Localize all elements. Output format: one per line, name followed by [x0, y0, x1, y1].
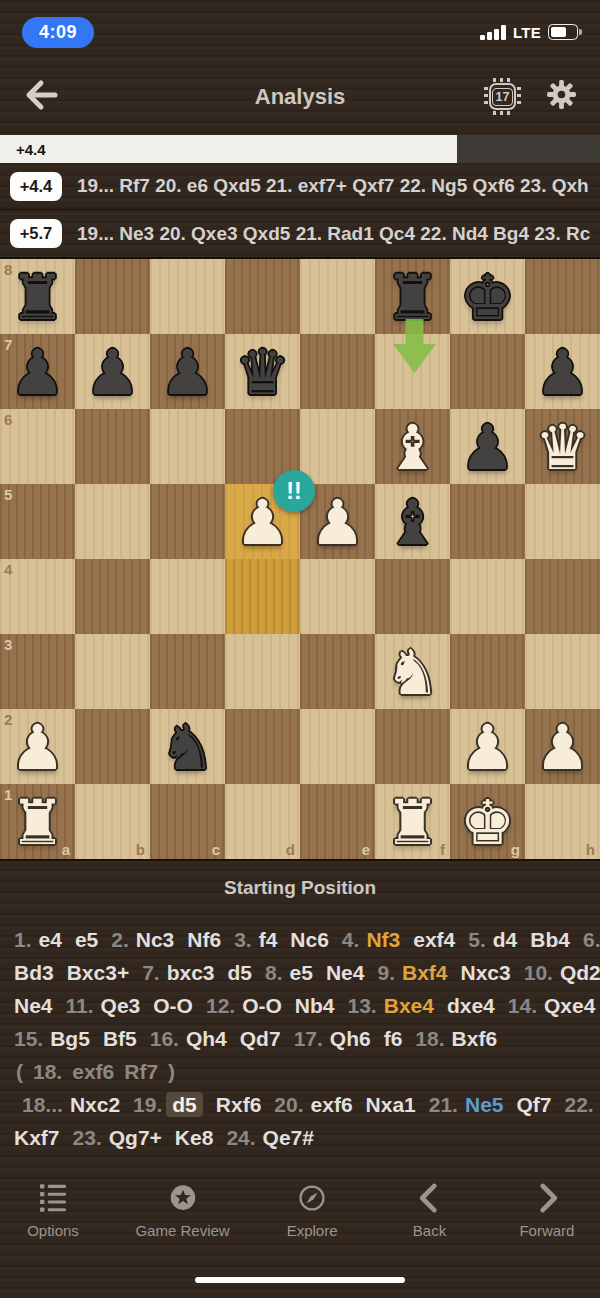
move-token[interactable]: f6: [384, 1027, 403, 1050]
move-number: Rf7: [124, 1060, 158, 1083]
options-label: Options: [27, 1222, 79, 1239]
piece-white-queen: ♛: [525, 409, 600, 484]
move-token[interactable]: Ne4: [14, 994, 53, 1017]
engine-version-button[interactable]: 17: [486, 80, 519, 113]
rank-label-5: 5: [4, 486, 12, 503]
square-d5[interactable]: ♟: [225, 484, 300, 559]
move-number: 5.: [468, 928, 486, 951]
compass-icon: [293, 1178, 331, 1218]
square-g1[interactable]: g♚: [450, 784, 525, 859]
move-number: 18.: [415, 1027, 444, 1050]
status-bar: 4:09 LTE: [0, 0, 600, 58]
evaluation-bar: +4.4: [0, 135, 600, 163]
square-f1[interactable]: f♜: [375, 784, 450, 859]
piece-black-pawn: ♟: [150, 334, 225, 409]
square-a4[interactable]: 4: [0, 559, 75, 634]
file-label-f: f: [440, 841, 445, 858]
engine-lines: +4.4 19... Rf7 20. e6 Qxd5 21. exf7+ Qxf…: [0, 163, 600, 257]
move-number: 19.: [133, 1093, 162, 1116]
move-number: 21.: [429, 1093, 458, 1116]
move-token[interactable]: Rxf6: [216, 1093, 262, 1116]
move-number: 6.: [583, 928, 600, 951]
square-h8[interactable]: [525, 259, 600, 334]
signal-strength-icon: [480, 25, 506, 40]
move-list-panel: Starting Position 1.e4e52.Nc3Nf63.f4Nc64…: [0, 861, 600, 1154]
square-d4[interactable]: [225, 559, 300, 634]
piece-black-knight: ♞: [150, 709, 225, 784]
move-token[interactable]: Bf5: [103, 1027, 137, 1050]
piece-white-pawn: ♟: [225, 484, 300, 559]
move-token[interactable]: Nc3: [136, 928, 175, 951]
file-label-d: d: [286, 841, 295, 858]
move-number: 22.: [565, 1093, 594, 1116]
move-token[interactable]: exf6: [311, 1093, 353, 1116]
home-indicator[interactable]: [195, 1277, 405, 1283]
square-a8[interactable]: 8♜: [0, 259, 75, 334]
move-token[interactable]: Qh6: [330, 1027, 371, 1050]
square-d6[interactable]: [225, 409, 300, 484]
square-c4[interactable]: [150, 559, 225, 634]
square-d1[interactable]: d: [225, 784, 300, 859]
square-e6[interactable]: [300, 409, 375, 484]
square-a6[interactable]: 6: [0, 409, 75, 484]
move-token[interactable]: d5: [166, 1092, 203, 1117]
square-b7[interactable]: ♟: [75, 334, 150, 409]
move-number: 24.: [226, 1126, 255, 1149]
explore-label: Explore: [287, 1222, 338, 1239]
chevron-left-icon: [411, 1178, 449, 1218]
square-b6[interactable]: [75, 409, 150, 484]
network-type: LTE: [513, 24, 541, 41]
move-number: 10.: [524, 961, 553, 984]
move-number: 4.: [342, 928, 360, 951]
move-number: 17.: [294, 1027, 323, 1050]
move-token[interactable]: O-O: [242, 994, 282, 1017]
square-a1[interactable]: 1a♜: [0, 784, 75, 859]
move-token[interactable]: Qe3: [101, 994, 141, 1017]
square-c8[interactable]: [150, 259, 225, 334]
move-line-6: 18...Nxc219.d5Rxf620.exf6Nxa121.Ne5Qf722…: [0, 1088, 600, 1121]
move-number: 16.: [150, 1027, 179, 1050]
move-number: 7.: [142, 961, 160, 984]
forward-move-button[interactable]: Forward: [512, 1178, 582, 1264]
square-d2[interactable]: [225, 709, 300, 784]
back-button[interactable]: [22, 78, 60, 116]
engine-line-1[interactable]: +4.4 19... Rf7 20. e6 Qxd5 21. exf7+ Qxf…: [0, 163, 600, 210]
square-e8[interactable]: [300, 259, 375, 334]
square-f7[interactable]: [375, 334, 450, 409]
move-token[interactable]: Bg5: [50, 1027, 90, 1050]
rank-label-3: 3: [4, 636, 12, 653]
move-token[interactable]: Nf3: [366, 928, 400, 951]
move-token[interactable]: Nb4: [295, 994, 335, 1017]
square-c5[interactable]: [150, 484, 225, 559]
piece-black-pawn: ♟: [75, 334, 150, 409]
move-line-2: Bd3Bxc3+7.bxc3d58.e5Ne49.Bxf4Nxc310.Qd2: [0, 956, 600, 989]
move-token[interactable]: Qf7: [517, 1093, 552, 1116]
back-arrow-icon: [29, 83, 55, 107]
header: Analysis 17: [0, 58, 600, 135]
file-label-g: g: [511, 841, 520, 858]
move-token[interactable]: Nxa1: [366, 1093, 416, 1116]
rank-label-2: 2: [4, 711, 12, 728]
cpu-chip-icon: 17: [489, 83, 516, 110]
square-a5[interactable]: 5: [0, 484, 75, 559]
move-token[interactable]: Qe7#: [263, 1126, 314, 1149]
square-h6[interactable]: ♛: [525, 409, 600, 484]
square-c7[interactable]: ♟: [150, 334, 225, 409]
star-circle-icon: [164, 1178, 202, 1218]
chevron-right-icon: [528, 1178, 566, 1218]
move-token[interactable]: Nc6: [290, 928, 329, 951]
square-g7[interactable]: [450, 334, 525, 409]
move-token[interactable]: e4: [39, 928, 62, 951]
move-token[interactable]: Kxf7: [14, 1126, 60, 1149]
chess-board: 8♜♜♚7♟♟♟♛♟6♝♟♛5♟♟♝43♞2♟♞♟♟1a♜bcdef♜g♚h !…: [0, 257, 600, 861]
move-token[interactable]: Bd3: [14, 961, 54, 984]
move-number: 12.: [206, 994, 235, 1017]
square-b5[interactable]: [75, 484, 150, 559]
move-token[interactable]: Ke8: [175, 1126, 214, 1149]
square-h5[interactable]: [525, 484, 600, 559]
piece-white-pawn: ♟: [450, 709, 525, 784]
square-b4[interactable]: [75, 559, 150, 634]
piece-black-pawn: ♟: [450, 409, 525, 484]
move-token[interactable]: Qd2: [560, 961, 600, 984]
square-f5[interactable]: ♝: [375, 484, 450, 559]
square-g4[interactable]: [450, 559, 525, 634]
move-line-1: 1.e4e52.Nc3Nf63.f4Nc64.Nf3exf45.d4Bb46.: [0, 923, 600, 956]
square-d7[interactable]: ♛: [225, 334, 300, 409]
square-h3[interactable]: [525, 634, 600, 709]
options-button[interactable]: Options: [18, 1178, 88, 1264]
move-number: 13.: [348, 994, 377, 1017]
move-line-5: (18.exf6Rf7): [0, 1055, 600, 1088]
file-label-b: b: [136, 841, 145, 858]
file-label-c: c: [212, 841, 220, 858]
rank-label-4: 4: [4, 561, 12, 578]
move-number: 2.: [111, 928, 129, 951]
square-c1[interactable]: c: [150, 784, 225, 859]
move-token[interactable]: Qxe4: [544, 994, 595, 1017]
square-e5[interactable]: ♟: [300, 484, 375, 559]
move-token[interactable]: Qg7+: [109, 1126, 162, 1149]
square-e1[interactable]: e: [300, 784, 375, 859]
move-token[interactable]: e5: [75, 928, 98, 951]
square-c6[interactable]: [150, 409, 225, 484]
move-list-title: Starting Position: [0, 877, 600, 899]
square-h4[interactable]: [525, 559, 600, 634]
square-h1[interactable]: h: [525, 784, 600, 859]
move-number: ): [168, 1060, 175, 1083]
move-line-3: Ne411.Qe3O-O12.O-ONb413.Bxe4dxe414.Qxe4g…: [0, 989, 600, 1022]
move-token[interactable]: Nxc3: [461, 961, 511, 984]
move-number: 18.: [33, 1060, 62, 1083]
piece-white-pawn: ♟: [525, 709, 600, 784]
move-token[interactable]: Bxe4: [384, 994, 434, 1017]
square-e3[interactable]: [300, 634, 375, 709]
move-number: 23.: [73, 1126, 102, 1149]
evaluation-value: +4.4: [0, 141, 46, 158]
engine-line-1-moves: 19... Rf7 20. e6 Qxd5 21. exf7+ Qxf7 22.…: [77, 175, 589, 197]
engine-version-number: 17: [492, 88, 513, 106]
move-token[interactable]: e5: [290, 961, 313, 984]
move-token[interactable]: Nf6: [187, 928, 221, 951]
battery-icon: [548, 24, 578, 40]
bottom-toolbar: Options Game Review Explore Back: [0, 1178, 600, 1264]
move-line-4: 15.Bg5Bf516.Qh4Qd717.Qh6f618.Bxf6: [0, 1022, 600, 1055]
square-e2[interactable]: [300, 709, 375, 784]
piece-white-rook: ♜: [375, 784, 450, 859]
square-h7[interactable]: ♟: [525, 334, 600, 409]
square-b2[interactable]: [75, 709, 150, 784]
square-d3[interactable]: [225, 634, 300, 709]
file-label-e: e: [362, 841, 370, 858]
forward-label: Forward: [519, 1222, 574, 1239]
move-number: 1.: [14, 928, 32, 951]
rank-label-6: 6: [4, 411, 12, 428]
move-line-7: Kxf723.Qg7+Ke824.Qe7#: [0, 1121, 600, 1154]
move-token[interactable]: d5: [228, 961, 253, 984]
move-token[interactable]: d4: [493, 928, 518, 951]
square-f4[interactable]: [375, 559, 450, 634]
square-b1[interactable]: b: [75, 784, 150, 859]
piece-black-pawn: ♟: [525, 334, 600, 409]
back-label: Back: [413, 1222, 446, 1239]
move-token[interactable]: Bb4: [530, 928, 570, 951]
settings-button[interactable]: [545, 78, 578, 115]
move-token[interactable]: Qd7: [240, 1027, 281, 1050]
square-e7[interactable]: [300, 334, 375, 409]
gear-icon: [545, 78, 578, 111]
engine-line-2-eval: +5.7: [10, 219, 62, 248]
move-number: 11.: [66, 994, 94, 1017]
square-b8[interactable]: [75, 259, 150, 334]
game-review-button[interactable]: Game Review: [135, 1178, 229, 1264]
square-f3[interactable]: ♞: [375, 634, 450, 709]
square-f6[interactable]: ♝: [375, 409, 450, 484]
move-token[interactable]: O-O: [153, 994, 193, 1017]
square-c3[interactable]: [150, 634, 225, 709]
move-token[interactable]: Qh4: [186, 1027, 227, 1050]
piece-white-bishop: ♝: [375, 409, 450, 484]
move-token[interactable]: exf4: [413, 928, 455, 951]
piece-black-bishop: ♝: [375, 484, 450, 559]
rank-label-7: 7: [4, 336, 12, 353]
game-review-label: Game Review: [135, 1222, 229, 1239]
engine-line-2[interactable]: +5.7 19... Ne3 20. Qxe3 Qxd5 21. Rad1 Qc…: [0, 210, 600, 257]
square-d8[interactable]: [225, 259, 300, 334]
move-number: 14.: [508, 994, 537, 1017]
move-token[interactable]: bxc3: [167, 961, 215, 984]
square-b3[interactable]: [75, 634, 150, 709]
square-a2[interactable]: 2♟: [0, 709, 75, 784]
square-g2[interactable]: ♟: [450, 709, 525, 784]
engine-line-2-moves: 19... Ne3 20. Qxe3 Qxd5 21. Rad1 Qc4 22.…: [77, 223, 590, 245]
move-number: 9.: [377, 961, 395, 984]
piece-white-pawn: ♟: [300, 484, 375, 559]
square-h2[interactable]: ♟: [525, 709, 600, 784]
move-token[interactable]: f4: [259, 928, 278, 951]
explore-button[interactable]: Explore: [277, 1178, 347, 1264]
piece-black-king: ♚: [450, 259, 525, 334]
move-number: 3.: [234, 928, 252, 951]
move-number: 18...: [22, 1093, 63, 1116]
square-e4[interactable]: [300, 559, 375, 634]
square-a7[interactable]: 7♟: [0, 334, 75, 409]
move-token[interactable]: Bxf4: [402, 961, 448, 984]
move-number: 8.: [265, 961, 283, 984]
square-g6[interactable]: ♟: [450, 409, 525, 484]
square-g5[interactable]: [450, 484, 525, 559]
square-f8[interactable]: ♜: [375, 259, 450, 334]
move-token[interactable]: Ne5: [465, 1093, 504, 1116]
square-g8[interactable]: ♚: [450, 259, 525, 334]
rank-label-1: 1: [4, 786, 12, 803]
move-token[interactable]: Bxc3+: [67, 961, 129, 984]
move-number: 20.: [274, 1093, 303, 1116]
piece-black-rook: ♜: [375, 259, 450, 334]
file-label-h: h: [586, 841, 595, 858]
list-icon: [34, 1178, 72, 1218]
file-label-a: a: [62, 841, 70, 858]
square-f2[interactable]: [375, 709, 450, 784]
move-number: 15.: [14, 1027, 43, 1050]
move-token[interactable]: Nxc2: [70, 1093, 120, 1116]
move-number: (: [16, 1060, 23, 1083]
square-g3[interactable]: [450, 634, 525, 709]
move-number: exf6: [72, 1060, 114, 1083]
evaluation-bar-white: +4.4: [0, 135, 457, 163]
piece-white-knight: ♞: [375, 634, 450, 709]
move-token[interactable]: dxe4: [447, 994, 495, 1017]
back-move-button[interactable]: Back: [395, 1178, 465, 1264]
square-c2[interactable]: ♞: [150, 709, 225, 784]
square-a3[interactable]: 3: [0, 634, 75, 709]
piece-black-queen: ♛: [225, 334, 300, 409]
engine-line-1-eval: +4.4: [10, 172, 62, 201]
rank-label-8: 8: [4, 261, 12, 278]
status-time: 4:09: [22, 17, 94, 48]
move-token[interactable]: Ne4: [326, 961, 365, 984]
move-token[interactable]: Bxf6: [452, 1027, 498, 1050]
